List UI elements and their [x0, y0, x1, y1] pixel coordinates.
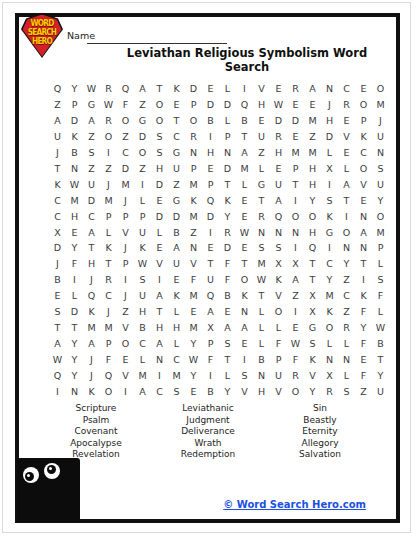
grid-cell: B [202, 113, 219, 129]
grid-cell: R [253, 208, 270, 224]
grid-cell: K [168, 81, 185, 97]
grid-cell: E [338, 113, 355, 129]
grid-cell: I [236, 351, 253, 367]
grid-cell: X [321, 367, 338, 383]
grid-cell: P [185, 160, 202, 176]
grid-cell: E [49, 288, 66, 304]
grid-cell: L [168, 304, 185, 320]
grid-cell: A [151, 335, 168, 351]
grid-cell: K [100, 240, 117, 256]
grid-cell: Y [66, 240, 83, 256]
grid-cell: A [270, 192, 287, 208]
grid-cell: I [202, 129, 219, 145]
grid-cell: N [355, 240, 372, 256]
grid-cell: F [355, 367, 372, 383]
grid-cell: A [355, 224, 372, 240]
grid-cell: L [134, 192, 151, 208]
name-input-line[interactable] [87, 27, 227, 44]
grid-cell: N [66, 160, 83, 176]
grid-cell: D [219, 240, 236, 256]
grid-cell: H [202, 145, 219, 161]
grid-cell: L [134, 351, 151, 367]
logo-line-hero: HERO [25, 37, 59, 46]
grid-cell: D [151, 176, 168, 192]
grid-cell: G [168, 145, 185, 161]
grid-cell: C [117, 145, 134, 161]
grid-cell: V [151, 256, 168, 272]
grid-cell: E [168, 272, 185, 288]
grid-cell: T [202, 256, 219, 272]
grid-cell: Z [253, 145, 270, 161]
grid-cell: Q [202, 192, 219, 208]
grid-cell: Y [338, 256, 355, 272]
grid-cell: K [83, 304, 100, 320]
grid-cell: L [321, 145, 338, 161]
grid-cell: S [372, 272, 389, 288]
grid-cell: L [338, 160, 355, 176]
grid-cell: A [304, 81, 321, 97]
grid-cell: E [270, 160, 287, 176]
grid-cell: N [219, 145, 236, 161]
grid-cell: R [287, 81, 304, 97]
grid-cell: T [151, 81, 168, 97]
grid-cell: Z [117, 304, 134, 320]
grid-cell: C [338, 81, 355, 97]
grid-cell: L [321, 335, 338, 351]
grid-cell: F [100, 351, 117, 367]
word-item: Wrath [152, 438, 264, 450]
grid-cell: L [338, 367, 355, 383]
grid-cell: E [236, 208, 253, 224]
grid-cell: M [253, 256, 270, 272]
grid-cell: A [338, 176, 355, 192]
grid-cell: E [151, 192, 168, 208]
grid-cell: U [270, 367, 287, 383]
grid-cell: F [202, 351, 219, 367]
grid-cell: Z [117, 129, 134, 145]
grid-cell: U [49, 129, 66, 145]
grid-cell: R [270, 129, 287, 145]
grid-cell: L [66, 288, 83, 304]
word-list-column: LeviathanicJudgmentDeliveranceWrathRedem… [152, 403, 264, 461]
grid-cell: A [287, 272, 304, 288]
grid-cell: Q [202, 288, 219, 304]
grid-cell: E [355, 81, 372, 97]
grid-cell: T [219, 351, 236, 367]
logo-text: WORD SEARCH HERO [25, 19, 59, 46]
grid-cell: F [355, 335, 372, 351]
grid-cell: J [83, 351, 100, 367]
grid-cell: K [270, 272, 287, 288]
word-item: Salvation [264, 449, 376, 461]
grid-cell: K [321, 304, 338, 320]
word-item: Covenant [40, 426, 152, 438]
grid-cell: H [304, 160, 321, 176]
grid-cell: Z [83, 160, 100, 176]
grid-cell: I [287, 192, 304, 208]
grid-cell: I [134, 176, 151, 192]
grid-cell: V [253, 81, 270, 97]
grid-cell: P [270, 351, 287, 367]
grid-cell: L [100, 224, 117, 240]
grid-cell: I [151, 367, 168, 383]
grid-cell: T [355, 256, 372, 272]
page-title: Leviathan Religious Symbolism Word Searc… [117, 46, 377, 74]
grid-cell: O [134, 145, 151, 161]
grid-cell: P [117, 256, 134, 272]
grid-cell: V [304, 367, 321, 383]
grid-cell: D [202, 208, 219, 224]
grid-cell: V [270, 288, 287, 304]
grid-cell: W [270, 97, 287, 113]
grid-cell: L [219, 367, 236, 383]
grid-cell: I [321, 176, 338, 192]
grid-cell: H [304, 176, 321, 192]
grid-cell: R [100, 113, 117, 129]
grid-cell: L [151, 224, 168, 240]
grid-cell: L [270, 319, 287, 335]
grid-cell: N [253, 224, 270, 240]
grid-cell: K [185, 192, 202, 208]
grid-cell: E [236, 335, 253, 351]
grid-cell: G [304, 319, 321, 335]
grid-cell: A [49, 113, 66, 129]
grid-cell: A [83, 113, 100, 129]
grid-cell: N [236, 304, 253, 320]
grid-cell: Q [304, 240, 321, 256]
word-list: ScripturePsalmCovenantApocalypseRevelati… [40, 403, 376, 461]
grid-cell: O [372, 81, 389, 97]
grid-cell: M [117, 176, 134, 192]
grid-cell: K [83, 383, 100, 399]
grid-cell: Z [185, 224, 202, 240]
grid-cell: U [134, 288, 151, 304]
grid-cell: D [66, 304, 83, 320]
grid-cell: B [202, 383, 219, 399]
grid-cell: D [83, 192, 100, 208]
grid-cell: K [355, 129, 372, 145]
grid-cell: E [253, 113, 270, 129]
grid-cell: A [236, 145, 253, 161]
grid-cell: O [372, 208, 389, 224]
grid-cell: H [270, 145, 287, 161]
grid-cell: W [253, 272, 270, 288]
grid-cell: J [117, 192, 134, 208]
grid-cell: E [236, 192, 253, 208]
grid-cell: S [253, 240, 270, 256]
grid-cell: N [321, 81, 338, 97]
grid-cell: R [287, 367, 304, 383]
grid-cell: I [117, 383, 134, 399]
grid-cell: W [100, 97, 117, 113]
grid-cell: A [168, 240, 185, 256]
grid-cell: Y [372, 192, 389, 208]
grid-cell: E [151, 240, 168, 256]
grid-cell: C [49, 208, 66, 224]
grid-cell: D [117, 160, 134, 176]
grid-cell: D [287, 113, 304, 129]
grid-cell: Z [49, 97, 66, 113]
grid-cell: M [304, 113, 321, 129]
grid-cell: W [83, 81, 100, 97]
grid-cell: M [66, 192, 83, 208]
grid-cell: R [100, 81, 117, 97]
grid-cell: J [117, 240, 134, 256]
grid-cell: Z [134, 160, 151, 176]
grid-cell: W [372, 319, 389, 335]
grid-cell: N [338, 240, 355, 256]
grid-cell: C [134, 335, 151, 351]
grid-cell: Q [49, 367, 66, 383]
grid-cell: B [49, 272, 66, 288]
grid-cell: R [219, 224, 236, 240]
grid-cell: U [168, 160, 185, 176]
grid-cell: O [117, 335, 134, 351]
grid-cell: D [66, 113, 83, 129]
grid-cell: Q [117, 81, 134, 97]
grid-cell: F [219, 256, 236, 272]
grid-cell: G [253, 176, 270, 192]
grid-cell: Y [185, 335, 202, 351]
grid-cell: N [253, 367, 270, 383]
grid-cell: O [185, 113, 202, 129]
grid-cell: S [270, 240, 287, 256]
grid-cell: I [100, 145, 117, 161]
grid-cell: O [117, 113, 134, 129]
grid-cell: P [202, 335, 219, 351]
grid-cell: L [236, 176, 253, 192]
grid-cell: X [49, 224, 66, 240]
grid-cell: L [253, 335, 270, 351]
grid-cell: D [202, 97, 219, 113]
grid-cell: X [287, 256, 304, 272]
grid-cell: P [100, 208, 117, 224]
grid-cell: S [236, 367, 253, 383]
grid-cell: N [321, 351, 338, 367]
grid-cell: W [134, 256, 151, 272]
grid-cell: U [134, 224, 151, 240]
grid-cell: A [49, 335, 66, 351]
grid-cell: H [304, 224, 321, 240]
grid-cell: G [134, 113, 151, 129]
grid-cell: I [355, 272, 372, 288]
mascot-left-eye-icon [23, 467, 39, 483]
grid-cell: E [287, 129, 304, 145]
word-search-hero-link[interactable]: © Word Search Hero.com [200, 499, 366, 510]
grid-cell: T [100, 256, 117, 272]
grid-cell: P [355, 113, 372, 129]
grid-cell: N [372, 145, 389, 161]
grid-cell: Y [219, 208, 236, 224]
grid-cell: T [49, 319, 66, 335]
grid-cell: F [219, 272, 236, 288]
grid-cell: Y [66, 351, 83, 367]
grid-cell: Y [66, 81, 83, 97]
grid-cell: B [66, 145, 83, 161]
grid-cell: T [253, 192, 270, 208]
grid-cell: E [202, 160, 219, 176]
grid-cell: E [202, 240, 219, 256]
grid-cell: J [372, 113, 389, 129]
grid-cell: P [202, 176, 219, 192]
grid-cell: N [151, 351, 168, 367]
grid-cell: Z [100, 160, 117, 176]
grid-cell: Y [185, 367, 202, 383]
grid-cell: F [185, 272, 202, 288]
grid-cell: C [83, 208, 100, 224]
grid-cell: Q [236, 97, 253, 113]
grid-cell: Z [355, 383, 372, 399]
grid-cell: X [202, 319, 219, 335]
grid-cell: V [236, 383, 253, 399]
grid-cell: M [287, 145, 304, 161]
grid-cell: L [338, 335, 355, 351]
grid-cell: T [338, 192, 355, 208]
grid-cell: L [253, 160, 270, 176]
grid-cell: M [185, 288, 202, 304]
grid-cell: E [185, 383, 202, 399]
grid-cell: B [253, 351, 270, 367]
grid-cell: T [219, 176, 236, 192]
grid-cell: D [219, 97, 236, 113]
grid-cell: E [202, 81, 219, 97]
grid-cell: O [236, 272, 253, 288]
grid-cell: T [83, 240, 100, 256]
grid-cell: F [270, 335, 287, 351]
grid-cell: T [236, 256, 253, 272]
grid-cell: U [253, 129, 270, 145]
grid-cell: A [83, 335, 100, 351]
grid-cell: Q [100, 367, 117, 383]
grid-cell: Z [304, 129, 321, 145]
grid-cell: M [100, 192, 117, 208]
grid-cell: H [151, 160, 168, 176]
grid-cell: L [253, 319, 270, 335]
grid-cell: A [134, 383, 151, 399]
word-item: Eternity [264, 426, 376, 438]
grid-cell: R [321, 383, 338, 399]
mascot-peeking-character [17, 458, 80, 522]
grid-cell: Z [168, 176, 185, 192]
grid-cell: O [100, 129, 117, 145]
grid-cell: E [338, 145, 355, 161]
grid-cell: N [185, 145, 202, 161]
grid-cell: J [321, 97, 338, 113]
grid-cell: E [168, 97, 185, 113]
grid-cell: B [134, 319, 151, 335]
grid-cell: J [49, 145, 66, 161]
grid-cell: P [134, 208, 151, 224]
grid-cell: Y [66, 335, 83, 351]
grid-cell: H [66, 208, 83, 224]
grid-cell: L [168, 335, 185, 351]
grid-cell: Y [304, 192, 321, 208]
grid-cell: K [168, 288, 185, 304]
word-list-column: SinBeastlyEternityAllegorySalvation [264, 403, 376, 461]
grid-cell: E [185, 304, 202, 320]
grid-cell: L [219, 113, 236, 129]
grid-cell: D [321, 129, 338, 145]
grid-cell: R [338, 97, 355, 113]
grid-cell: E [287, 97, 304, 113]
grid-cell: D [168, 208, 185, 224]
grid-cell: N [66, 383, 83, 399]
grid-cell: Q [49, 81, 66, 97]
grid-cell: K [49, 176, 66, 192]
grid-cell: P [372, 240, 389, 256]
grid-cell: W [49, 351, 66, 367]
grid-cell: M [100, 319, 117, 335]
grid-cell: M [372, 97, 389, 113]
grid-cell: I [202, 224, 219, 240]
grid-cell: K [321, 208, 338, 224]
grid-cell: T [304, 256, 321, 272]
grid-cell: M [83, 319, 100, 335]
grid-cell: H [134, 304, 151, 320]
grid-cell: N [287, 224, 304, 240]
grid-cell: A [236, 319, 253, 335]
grid-cell: A [134, 81, 151, 97]
grid-cell: P [287, 160, 304, 176]
grid-cell: D [49, 240, 66, 256]
grid-cell: Y [219, 383, 236, 399]
grid-cell: X [321, 160, 338, 176]
word-item: Allegory [264, 438, 376, 450]
grid-cell: I [66, 272, 83, 288]
grid-cell: O [338, 224, 355, 240]
grid-cell: M [321, 288, 338, 304]
grid-cell: U [372, 129, 389, 145]
grid-cell: D [219, 160, 236, 176]
grid-cell: C [49, 192, 66, 208]
grid-cell: L [219, 81, 236, 97]
grid-cell: M [185, 208, 202, 224]
grid-cell: E [304, 97, 321, 113]
grid-cell: A [219, 319, 236, 335]
grid-cell: D [151, 208, 168, 224]
grid-cell: Z [134, 97, 151, 113]
grid-cell: C [338, 288, 355, 304]
grid-cell: V [355, 176, 372, 192]
grid-cell: N [185, 240, 202, 256]
grid-cell: H [168, 319, 185, 335]
grid-cell: W [185, 351, 202, 367]
grid-cell: V [270, 383, 287, 399]
grid-cell: O [287, 208, 304, 224]
word-search-grid: QYWRQATKDELIVERANCEOZPGWFZOEPDDQHWEEJROM… [49, 81, 389, 399]
grid-cell: Z [83, 129, 100, 145]
grid-cell: G [168, 192, 185, 208]
grid-cell: I [49, 383, 66, 399]
grid-cell: H [253, 97, 270, 113]
grid-cell: S [151, 129, 168, 145]
grid-cell: T [287, 176, 304, 192]
grid-cell: S [83, 145, 100, 161]
grid-cell: S [168, 383, 185, 399]
grid-cell: X [304, 288, 321, 304]
grid-cell: V [117, 367, 134, 383]
grid-cell: M [304, 145, 321, 161]
grid-cell: D [134, 129, 151, 145]
grid-cell: J [100, 176, 117, 192]
grid-cell: C [168, 129, 185, 145]
grid-cell: O [100, 383, 117, 399]
grid-cell: C [321, 256, 338, 272]
grid-cell: J [100, 304, 117, 320]
grid-cell: Y [372, 367, 389, 383]
grid-cell: Q [83, 288, 100, 304]
grid-cell: J [83, 272, 100, 288]
